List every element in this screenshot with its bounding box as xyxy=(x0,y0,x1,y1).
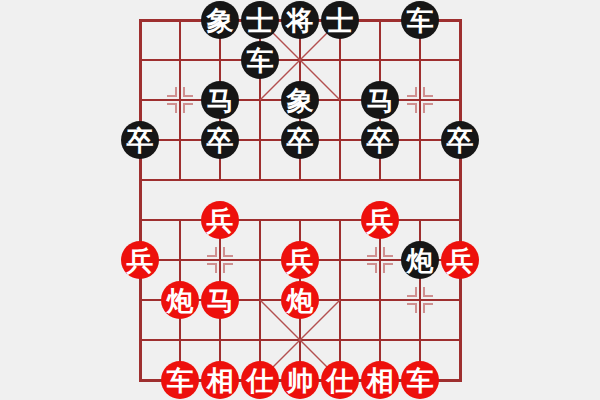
red-cannon[interactable]: 炮 xyxy=(161,281,199,319)
red-elephant[interactable]: 相 xyxy=(201,361,239,399)
black-chariot[interactable]: 车 xyxy=(401,1,439,39)
xiangqi-board-screen: 象士将士车车马象马卒卒卒卒卒炮兵兵兵兵兵炮马炮车相仕帅仕相车 xyxy=(0,0,600,400)
black-elephant[interactable]: 象 xyxy=(281,81,319,119)
black-chariot[interactable]: 车 xyxy=(241,41,279,79)
red-soldier[interactable]: 兵 xyxy=(441,241,479,279)
black-cannon[interactable]: 炮 xyxy=(401,241,439,279)
black-advisor[interactable]: 士 xyxy=(241,1,279,39)
black-advisor[interactable]: 士 xyxy=(321,1,359,39)
red-chariot[interactable]: 车 xyxy=(401,361,439,399)
red-soldier[interactable]: 兵 xyxy=(361,201,399,239)
black-soldier[interactable]: 卒 xyxy=(121,121,159,159)
red-advisor[interactable]: 仕 xyxy=(321,361,359,399)
black-soldier[interactable]: 卒 xyxy=(361,121,399,159)
red-horse[interactable]: 马 xyxy=(201,281,239,319)
black-horse[interactable]: 马 xyxy=(361,81,399,119)
red-advisor[interactable]: 仕 xyxy=(241,361,279,399)
red-soldier[interactable]: 兵 xyxy=(121,241,159,279)
pieces-layer: 象士将士车车马象马卒卒卒卒卒炮兵兵兵兵兵炮马炮车相仕帅仕相车 xyxy=(120,0,480,400)
red-cannon[interactable]: 炮 xyxy=(281,281,319,319)
red-elephant[interactable]: 相 xyxy=(361,361,399,399)
red-chariot[interactable]: 车 xyxy=(161,361,199,399)
black-soldier[interactable]: 卒 xyxy=(201,121,239,159)
black-soldier[interactable]: 卒 xyxy=(281,121,319,159)
red-soldier[interactable]: 兵 xyxy=(201,201,239,239)
red-general[interactable]: 帅 xyxy=(281,361,319,399)
black-horse[interactable]: 马 xyxy=(201,81,239,119)
black-general[interactable]: 将 xyxy=(281,1,319,39)
black-elephant[interactable]: 象 xyxy=(201,1,239,39)
red-soldier[interactable]: 兵 xyxy=(281,241,319,279)
black-soldier[interactable]: 卒 xyxy=(441,121,479,159)
